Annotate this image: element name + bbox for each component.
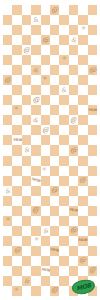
board-square: MOB	[88, 105, 97, 115]
board-square	[3, 196, 12, 206]
board-square	[3, 125, 12, 135]
board-square	[50, 25, 59, 35]
board-square	[69, 246, 78, 256]
board-square	[69, 125, 78, 135]
board-square	[50, 35, 59, 45]
board-square	[22, 135, 31, 145]
board-square	[41, 206, 50, 216]
board-square	[50, 45, 59, 55]
board-square	[22, 25, 31, 35]
board-square	[88, 236, 97, 246]
board-square	[59, 135, 68, 145]
script-icon: MOB	[88, 108, 97, 112]
board-square	[50, 256, 59, 266]
board-square	[12, 276, 21, 286]
board-square	[12, 5, 21, 15]
board-square	[88, 196, 97, 206]
board-square	[3, 35, 12, 45]
board-square	[78, 206, 87, 216]
board-square: @	[50, 186, 59, 196]
board-square: @	[41, 125, 50, 135]
board-square	[41, 156, 50, 166]
board-square	[59, 266, 68, 276]
board-square	[59, 186, 68, 196]
board-square	[22, 166, 31, 176]
board-square	[88, 145, 97, 155]
mob-logo-text: MOB	[76, 282, 91, 291]
board-square	[3, 236, 12, 246]
board-square	[88, 176, 97, 186]
board-square	[31, 75, 40, 85]
script-icon: MOB	[69, 208, 78, 212]
board-square	[78, 55, 87, 65]
board-square: *	[12, 286, 21, 296]
board-square	[12, 176, 21, 186]
board-square	[31, 5, 40, 15]
board-square: &	[31, 65, 40, 75]
board-square	[78, 196, 87, 206]
squiggle-icon: &	[23, 278, 29, 285]
board-square	[12, 166, 21, 176]
board-square	[59, 286, 68, 296]
board-square: @	[22, 45, 31, 55]
board-square	[12, 186, 21, 196]
squiggle-icon: &	[23, 147, 30, 154]
script-icon: MOB	[41, 268, 50, 273]
board-square: &	[3, 186, 12, 196]
board-square	[69, 186, 78, 196]
script-icon: MOB	[31, 178, 40, 184]
rose-icon: @	[79, 177, 86, 184]
rose-icon: @	[32, 97, 39, 104]
board-square	[3, 166, 12, 176]
board-square	[3, 5, 12, 15]
board-square	[22, 186, 31, 196]
board-square	[3, 145, 12, 155]
board-square	[50, 125, 59, 135]
board-square	[31, 256, 40, 266]
board-square: MOB	[69, 206, 78, 216]
board-square	[22, 65, 31, 75]
board-square	[78, 186, 87, 196]
board-square	[59, 15, 68, 25]
board-square	[50, 236, 59, 246]
board-square	[59, 216, 68, 226]
board-square: @	[69, 115, 78, 125]
board-square	[59, 25, 68, 35]
board-square	[69, 25, 78, 35]
board-square	[22, 216, 31, 226]
board-square	[88, 125, 97, 135]
board-square	[59, 145, 68, 155]
board-square	[41, 95, 50, 105]
board-square	[3, 15, 12, 25]
board-square	[78, 35, 87, 45]
board-square	[69, 55, 78, 65]
board-square	[50, 276, 59, 286]
board-square	[41, 246, 50, 256]
board-square	[88, 186, 97, 196]
board-square	[50, 176, 59, 186]
board-square	[59, 75, 68, 85]
rose-icon: @	[51, 287, 59, 295]
board-square	[78, 95, 87, 105]
board-square	[59, 65, 68, 75]
griptape-sheet: @&*@&@*&@@*&@*MOB&@@MOB&@*MOB@&@@MOB*&@*…	[3, 5, 97, 296]
board-square	[31, 186, 40, 196]
web-icon: *	[14, 287, 20, 296]
board-square	[3, 246, 12, 256]
script-icon: MOB	[78, 239, 87, 243]
board-square	[12, 25, 21, 35]
web-icon: *	[80, 26, 86, 35]
board-square	[50, 266, 59, 276]
board-square	[59, 125, 68, 135]
board-square	[31, 286, 40, 296]
board-square	[78, 125, 87, 135]
board-square	[50, 85, 59, 95]
board-square	[41, 236, 50, 246]
rose-icon: @	[4, 76, 12, 84]
board-square	[50, 55, 59, 65]
board-square	[22, 286, 31, 296]
board-square	[12, 266, 21, 276]
board-square	[12, 256, 21, 266]
board-square	[12, 45, 21, 55]
board-square	[88, 226, 97, 236]
board-square	[69, 216, 78, 226]
board-square	[50, 216, 59, 226]
board-square	[3, 45, 12, 55]
board-square	[22, 176, 31, 186]
board-square	[12, 95, 21, 105]
board-square	[88, 256, 97, 266]
board-square	[31, 156, 40, 166]
board-square	[22, 105, 31, 115]
board-square: *	[3, 216, 12, 226]
board-square	[69, 45, 78, 55]
board-square	[12, 196, 21, 206]
board-square	[78, 216, 87, 226]
board-square	[59, 246, 68, 256]
rose-icon: @	[13, 247, 20, 254]
board-square	[3, 135, 12, 145]
board-square	[31, 196, 40, 206]
board-square	[50, 196, 59, 206]
board-square	[31, 105, 40, 115]
board-square	[3, 266, 12, 276]
checkerboard: @&*@&@*&@@*&@*MOB&@@MOB&@*MOB@&@@MOB*&@*…	[3, 5, 97, 296]
board-square	[59, 166, 68, 176]
board-square	[69, 256, 78, 266]
rose-icon: @	[88, 267, 96, 275]
board-square	[12, 65, 21, 75]
board-square	[3, 55, 12, 65]
board-square: &	[59, 85, 68, 95]
board-square	[12, 75, 21, 85]
board-square	[88, 45, 97, 55]
board-square	[59, 196, 68, 206]
board-square	[22, 236, 31, 246]
board-square	[69, 85, 78, 95]
board-square	[31, 266, 40, 276]
board-square	[69, 65, 78, 75]
board-square: MOB	[41, 266, 50, 276]
board-square	[50, 166, 59, 176]
board-square	[41, 25, 50, 35]
board-square: *	[41, 75, 50, 85]
board-square	[69, 5, 78, 15]
board-square	[22, 156, 31, 166]
board-square	[88, 246, 97, 256]
board-square	[41, 135, 50, 145]
board-square	[69, 236, 78, 246]
board-square	[12, 216, 21, 226]
board-square	[12, 145, 21, 155]
board-square	[41, 256, 50, 266]
board-square: @	[88, 65, 97, 75]
board-square	[12, 115, 21, 125]
board-square: &	[22, 276, 31, 286]
script-icon: MOB	[13, 139, 22, 143]
board-square	[59, 45, 68, 55]
board-square	[59, 236, 68, 246]
board-square: @	[50, 5, 59, 15]
board-square	[69, 15, 78, 25]
board-square	[22, 256, 31, 266]
board-square: MOB	[31, 176, 40, 186]
board-square	[59, 105, 68, 115]
board-square	[78, 135, 87, 145]
board-square	[69, 196, 78, 206]
board-square	[31, 216, 40, 226]
board-square	[50, 105, 59, 115]
board-square	[59, 226, 68, 236]
board-square	[88, 85, 97, 95]
board-square	[22, 196, 31, 206]
board-square	[22, 125, 31, 135]
board-square: MOB	[50, 246, 59, 256]
board-square	[78, 45, 87, 55]
board-square	[50, 75, 59, 85]
board-square: @	[78, 256, 87, 266]
board-square: @	[88, 266, 97, 276]
board-square	[69, 75, 78, 85]
board-square	[78, 166, 87, 176]
board-square	[88, 95, 97, 105]
rose-icon: @	[79, 257, 87, 265]
board-square	[50, 65, 59, 75]
board-square	[41, 105, 50, 115]
board-square	[41, 176, 50, 186]
board-square	[88, 216, 97, 226]
board-square	[41, 276, 50, 286]
board-square	[59, 95, 68, 105]
board-square	[41, 196, 50, 206]
board-square: @	[31, 95, 40, 105]
board-square: &	[41, 226, 50, 236]
board-square: &	[69, 35, 78, 45]
board-square	[69, 176, 78, 186]
board-square	[41, 286, 50, 296]
squiggle-icon: &	[61, 87, 67, 94]
board-square	[69, 95, 78, 105]
board-square: *	[12, 105, 21, 115]
board-square	[22, 5, 31, 15]
board-square	[88, 15, 97, 25]
board-square: @	[31, 206, 40, 216]
board-square	[69, 105, 78, 115]
board-square	[31, 85, 40, 95]
board-square	[59, 276, 68, 286]
board-square	[22, 75, 31, 85]
board-square	[22, 15, 31, 25]
board-square: MOB	[12, 135, 21, 145]
rose-icon: @	[41, 36, 49, 44]
board-square	[50, 206, 59, 216]
board-square	[31, 45, 40, 55]
board-square	[31, 35, 40, 45]
board-square	[3, 176, 12, 186]
board-square	[78, 75, 87, 85]
web-icon: *	[14, 106, 20, 115]
board-square	[78, 5, 87, 15]
board-square	[22, 95, 31, 105]
rose-icon: @	[88, 66, 97, 75]
board-square	[88, 75, 97, 85]
board-square	[12, 35, 21, 45]
board-square	[12, 85, 21, 95]
rose-icon: @	[69, 116, 78, 125]
board-square	[41, 85, 50, 95]
board-square: @	[50, 286, 59, 296]
board-square	[3, 85, 12, 95]
web-icon: *	[5, 217, 10, 225]
board-square	[22, 226, 31, 236]
rose-icon: @	[41, 127, 49, 135]
board-square	[3, 226, 12, 236]
board-square	[3, 115, 12, 125]
board-square	[59, 35, 68, 45]
board-square: @	[69, 226, 78, 236]
squiggle-icon: &	[33, 16, 40, 23]
board-square	[3, 286, 12, 296]
board-square: @	[41, 35, 50, 45]
board-square	[78, 65, 87, 75]
board-square	[88, 35, 97, 45]
board-square	[78, 115, 87, 125]
board-square	[41, 15, 50, 25]
board-square	[41, 145, 50, 155]
board-square	[88, 5, 97, 15]
web-icon: *	[61, 56, 66, 65]
board-square	[31, 246, 40, 256]
rose-icon: @	[23, 46, 31, 54]
board-square: @	[12, 246, 21, 256]
board-square	[78, 156, 87, 166]
board-square	[59, 115, 68, 125]
board-square	[59, 176, 68, 186]
board-square	[69, 166, 78, 176]
rose-icon: @	[70, 147, 78, 155]
board-square	[78, 226, 87, 236]
board-square	[12, 236, 21, 246]
board-square	[78, 105, 87, 115]
board-square: @	[69, 145, 78, 155]
board-square	[12, 156, 21, 166]
board-square	[12, 125, 21, 135]
board-square	[88, 135, 97, 145]
board-square: MOB	[78, 236, 87, 246]
board-square	[88, 166, 97, 176]
board-square	[41, 5, 50, 15]
board-square: @	[78, 176, 87, 186]
board-square	[69, 135, 78, 145]
rose-icon: @	[51, 187, 59, 195]
board-square	[41, 45, 50, 55]
board-square	[50, 95, 59, 105]
board-square	[31, 135, 40, 145]
web-icon: *	[33, 236, 39, 245]
board-square	[12, 226, 21, 236]
board-square: *	[59, 55, 68, 65]
board-square	[22, 85, 31, 95]
board-square	[31, 125, 40, 135]
board-square	[3, 276, 12, 286]
board-square	[31, 25, 40, 35]
board-square	[22, 115, 31, 125]
board-square	[3, 206, 12, 216]
board-square	[31, 276, 40, 286]
board-square	[50, 115, 59, 125]
rose-icon: @	[69, 226, 78, 235]
board-square: @	[3, 75, 12, 85]
board-square	[78, 266, 87, 276]
board-square	[22, 35, 31, 45]
board-square	[12, 206, 21, 216]
board-square	[88, 156, 97, 166]
board-square	[59, 156, 68, 166]
web-icon: *	[42, 166, 48, 175]
board-square	[78, 15, 87, 25]
board-square	[22, 246, 31, 256]
rose-icon: @	[51, 6, 58, 13]
board-square	[3, 105, 12, 115]
board-square	[41, 186, 50, 196]
squiggle-icon: &	[4, 187, 11, 194]
board-square	[59, 206, 68, 216]
board-square	[31, 226, 40, 236]
board-square	[50, 15, 59, 25]
web-icon: *	[43, 76, 47, 84]
board-square	[59, 5, 68, 15]
board-square	[88, 25, 97, 35]
board-square	[78, 85, 87, 95]
board-square	[69, 156, 78, 166]
script-icon: MOB	[50, 248, 59, 253]
board-square	[41, 115, 50, 125]
board-square	[22, 55, 31, 65]
board-square	[3, 25, 12, 35]
squiggle-icon: &	[70, 37, 76, 44]
board-square	[50, 156, 59, 166]
board-square	[3, 95, 12, 105]
board-square	[3, 65, 12, 75]
board-square	[88, 55, 97, 65]
board-square: *	[31, 236, 40, 246]
board-square	[88, 206, 97, 216]
squiggle-icon: &	[33, 117, 40, 124]
